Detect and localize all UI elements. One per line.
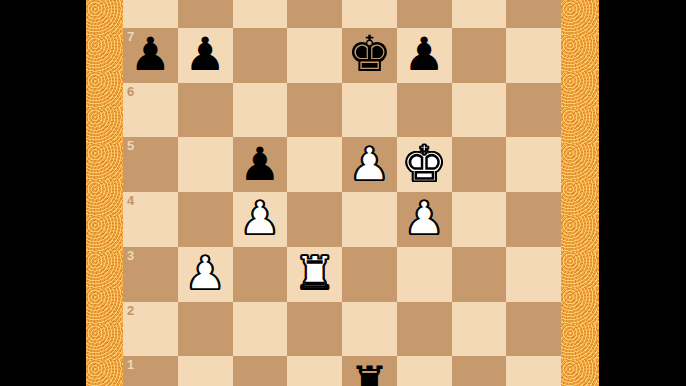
video-frame: 7♟♟♚♟65♟♟♚4♟♟3♟♜21♜ bbox=[0, 0, 686, 386]
square-a7[interactable]: 7♟ bbox=[123, 28, 178, 83]
white-pawn[interactable]: ♟ bbox=[404, 195, 445, 241]
black-king[interactable]: ♚ bbox=[347, 29, 392, 79]
rank-label-6: 6 bbox=[127, 85, 134, 98]
black-rook[interactable]: ♜ bbox=[349, 360, 390, 386]
square-b6[interactable] bbox=[178, 83, 233, 138]
rank-label-4: 4 bbox=[127, 194, 134, 207]
rank-label-2: 2 bbox=[127, 304, 134, 317]
square-h4[interactable] bbox=[506, 192, 561, 247]
black-pawn[interactable]: ♟ bbox=[404, 31, 445, 77]
square-g7[interactable] bbox=[452, 28, 507, 83]
square-a4[interactable]: 4 bbox=[123, 192, 178, 247]
white-pawn[interactable]: ♟ bbox=[185, 250, 226, 296]
white-pawn[interactable]: ♟ bbox=[239, 195, 280, 241]
square-c8[interactable] bbox=[233, 0, 288, 28]
square-h5[interactable] bbox=[506, 137, 561, 192]
square-e6[interactable] bbox=[342, 83, 397, 138]
square-g6[interactable] bbox=[452, 83, 507, 138]
square-d6[interactable] bbox=[287, 83, 342, 138]
board-frame-left bbox=[86, 0, 123, 386]
square-f4[interactable]: ♟ bbox=[397, 192, 452, 247]
white-king[interactable]: ♚ bbox=[402, 139, 447, 189]
square-g2[interactable] bbox=[452, 302, 507, 357]
letterbox-right bbox=[599, 0, 686, 386]
square-f5[interactable]: ♚ bbox=[397, 137, 452, 192]
square-g3[interactable] bbox=[452, 247, 507, 302]
square-d8[interactable] bbox=[287, 0, 342, 28]
square-c5[interactable]: ♟ bbox=[233, 137, 288, 192]
square-b4[interactable] bbox=[178, 192, 233, 247]
square-f1[interactable] bbox=[397, 356, 452, 386]
square-e1[interactable]: ♜ bbox=[342, 356, 397, 386]
square-d2[interactable] bbox=[287, 302, 342, 357]
square-d1[interactable] bbox=[287, 356, 342, 386]
square-f6[interactable] bbox=[397, 83, 452, 138]
square-h3[interactable] bbox=[506, 247, 561, 302]
square-g5[interactable] bbox=[452, 137, 507, 192]
square-h8[interactable] bbox=[506, 0, 561, 28]
square-g1[interactable] bbox=[452, 356, 507, 386]
square-g8[interactable] bbox=[452, 0, 507, 28]
square-c4[interactable]: ♟ bbox=[233, 192, 288, 247]
square-b8[interactable] bbox=[178, 0, 233, 28]
black-pawn[interactable]: ♟ bbox=[130, 31, 171, 77]
square-h7[interactable] bbox=[506, 28, 561, 83]
square-d3[interactable]: ♜ bbox=[287, 247, 342, 302]
board-frame-right bbox=[561, 0, 599, 386]
rank-label-7: 7 bbox=[127, 30, 134, 43]
square-a5[interactable]: 5 bbox=[123, 137, 178, 192]
square-f8[interactable] bbox=[397, 0, 452, 28]
rank-label-5: 5 bbox=[127, 139, 134, 152]
square-a3[interactable]: 3 bbox=[123, 247, 178, 302]
square-d4[interactable] bbox=[287, 192, 342, 247]
square-e4[interactable] bbox=[342, 192, 397, 247]
square-c7[interactable] bbox=[233, 28, 288, 83]
square-c6[interactable] bbox=[233, 83, 288, 138]
square-d5[interactable] bbox=[287, 137, 342, 192]
rank-label-3: 3 bbox=[127, 249, 134, 262]
square-b1[interactable] bbox=[178, 356, 233, 386]
square-c2[interactable] bbox=[233, 302, 288, 357]
square-a6[interactable]: 6 bbox=[123, 83, 178, 138]
square-f2[interactable] bbox=[397, 302, 452, 357]
square-c3[interactable] bbox=[233, 247, 288, 302]
square-h1[interactable] bbox=[506, 356, 561, 386]
square-e7[interactable]: ♚ bbox=[342, 28, 397, 83]
square-d7[interactable] bbox=[287, 28, 342, 83]
square-e8[interactable] bbox=[342, 0, 397, 28]
black-pawn[interactable]: ♟ bbox=[185, 31, 226, 77]
square-e3[interactable] bbox=[342, 247, 397, 302]
square-e5[interactable]: ♟ bbox=[342, 137, 397, 192]
square-b2[interactable] bbox=[178, 302, 233, 357]
rank-label-1: 1 bbox=[127, 358, 134, 371]
square-h2[interactable] bbox=[506, 302, 561, 357]
white-pawn[interactable]: ♟ bbox=[349, 141, 390, 187]
letterbox-left bbox=[0, 0, 86, 386]
square-b5[interactable] bbox=[178, 137, 233, 192]
square-a8[interactable] bbox=[123, 0, 178, 28]
square-h6[interactable] bbox=[506, 83, 561, 138]
square-b7[interactable]: ♟ bbox=[178, 28, 233, 83]
square-b3[interactable]: ♟ bbox=[178, 247, 233, 302]
black-pawn[interactable]: ♟ bbox=[239, 141, 280, 187]
square-f7[interactable]: ♟ bbox=[397, 28, 452, 83]
square-g4[interactable] bbox=[452, 192, 507, 247]
square-e2[interactable] bbox=[342, 302, 397, 357]
square-a1[interactable]: 1 bbox=[123, 356, 178, 386]
white-rook[interactable]: ♜ bbox=[294, 250, 335, 296]
square-f3[interactable] bbox=[397, 247, 452, 302]
square-a2[interactable]: 2 bbox=[123, 302, 178, 357]
square-c1[interactable] bbox=[233, 356, 288, 386]
chessboard[interactable]: 7♟♟♚♟65♟♟♚4♟♟3♟♜21♜ bbox=[123, 0, 561, 386]
